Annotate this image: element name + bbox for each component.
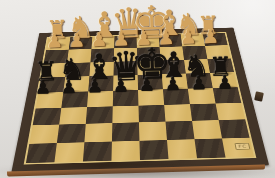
photo-scene: FC ♜♞♝♛♚♝♞♜♟♟♟♟♟♟♟♟♜♞♝♛♚♝♞♜♟♟♟♟♟♟♟♟ [0,0,275,178]
board-floor-shadow [0,169,275,178]
black-pawn-d[interactable]: ♟ [108,76,134,95]
black-pawn-e[interactable]: ♟ [134,76,160,95]
board-tilt-wrapper: FC ♜♞♝♛♚♝♞♜♟♟♟♟♟♟♟♟♜♞♝♛♚♝♞♜♟♟♟♟♟♟♟♟ [0,0,275,178]
black-pawn-f[interactable]: ♟ [160,75,186,94]
white-pawn-b[interactable]: ♟ [65,30,88,50]
black-pawn-a[interactable]: ♟ [30,79,56,98]
white-pawn-a[interactable]: ♟ [43,31,66,51]
white-pawn-h[interactable]: ♟ [199,26,222,46]
black-pawn-c[interactable]: ♟ [82,77,108,96]
pieces-layer: ♜♞♝♛♚♝♞♜♟♟♟♟♟♟♟♟♜♞♝♛♚♝♞♜♟♟♟♟♟♟♟♟ [0,0,275,178]
black-pawn-h[interactable]: ♟ [212,74,238,93]
black-pawn-g[interactable]: ♟ [186,74,212,93]
black-pawn-b[interactable]: ♟ [56,78,82,97]
white-pawn-g[interactable]: ♟ [177,27,200,47]
